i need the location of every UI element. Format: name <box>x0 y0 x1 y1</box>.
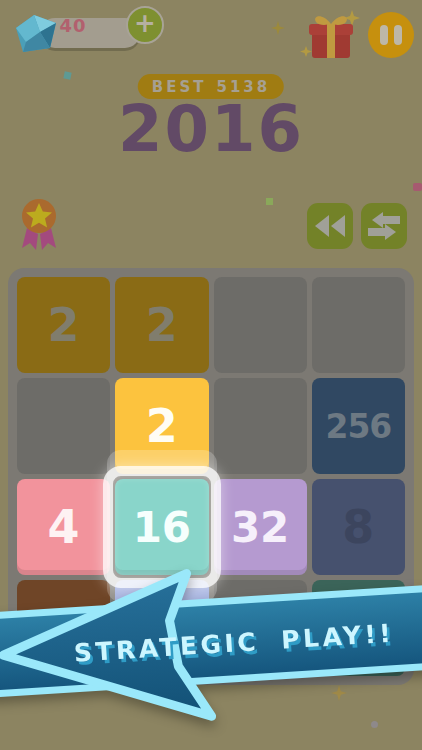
tile-8: 8 <box>312 479 405 575</box>
undo-rewind-icon <box>312 211 348 241</box>
swap-arrows-icon <box>367 209 401 243</box>
sparkle-star-icon <box>270 20 286 36</box>
tile-32: 32 <box>214 479 307 575</box>
tile-4: 4 <box>17 479 110 575</box>
tile-2: 2 <box>115 277 208 373</box>
undo-button[interactable] <box>307 203 353 249</box>
empty-cell <box>312 277 405 373</box>
empty-cell <box>17 378 110 474</box>
pause-icon <box>380 25 388 45</box>
confetti-square-teal <box>63 71 71 79</box>
medal-star-icon <box>14 194 64 252</box>
empty-cell <box>214 378 307 474</box>
tile-16: 16 <box>115 479 208 575</box>
gem-diamond-icon <box>10 12 62 58</box>
gift-box-icon[interactable] <box>300 8 360 64</box>
confetti-square-pink <box>413 183 422 191</box>
empty-cell <box>214 277 307 373</box>
confetti-square-green <box>266 198 273 205</box>
pause-icon <box>394 25 402 45</box>
pause-button[interactable] <box>368 12 414 58</box>
add-gems-button[interactable]: + <box>126 6 164 44</box>
current-score: 2016 <box>0 92 422 166</box>
swap-button[interactable] <box>361 203 407 249</box>
gem-counter: 40 + <box>10 10 160 60</box>
tile-2: 2 <box>17 277 110 373</box>
tutorial-banner[interactable]: STRATEGIC PLAY!! STRATEGIC PLAY!! <box>0 566 422 750</box>
tile-2: 2 <box>115 378 208 474</box>
tile-256: 256 <box>312 378 405 474</box>
